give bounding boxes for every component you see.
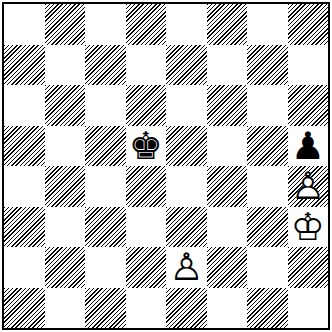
square-c3[interactable]: [85, 207, 126, 248]
square-d1[interactable]: [126, 288, 167, 329]
square-f3[interactable]: [207, 207, 248, 248]
square-f8[interactable]: [207, 4, 248, 45]
square-c6[interactable]: [85, 85, 126, 126]
square-e4[interactable]: [166, 166, 207, 207]
square-h5[interactable]: ♟: [288, 126, 329, 167]
square-d2[interactable]: [126, 247, 167, 288]
square-b6[interactable]: [45, 85, 86, 126]
square-a8[interactable]: [4, 4, 45, 45]
square-d6[interactable]: [126, 85, 167, 126]
square-h6[interactable]: [288, 85, 329, 126]
square-a2[interactable]: [4, 247, 45, 288]
square-f6[interactable]: [207, 85, 248, 126]
square-b3[interactable]: [45, 207, 86, 248]
white-pawn-glyph: ♙: [166, 247, 207, 288]
square-a4[interactable]: [4, 166, 45, 207]
square-h1[interactable]: [288, 288, 329, 329]
square-d3[interactable]: [126, 207, 167, 248]
square-c7[interactable]: [85, 45, 126, 86]
square-e7[interactable]: [166, 45, 207, 86]
square-e1[interactable]: [166, 288, 207, 329]
square-d4[interactable]: [126, 166, 167, 207]
chess-board: ♚♟♟♙♚♔♟♙: [4, 4, 328, 328]
square-h8[interactable]: [288, 4, 329, 45]
white-king: ♚♔: [288, 207, 329, 248]
square-e2[interactable]: ♟♙: [166, 247, 207, 288]
chess-diagram: ♚♟♟♙♚♔♟♙: [0, 0, 332, 332]
square-g3[interactable]: [247, 207, 288, 248]
square-b4[interactable]: [45, 166, 86, 207]
square-a3[interactable]: [4, 207, 45, 248]
square-a1[interactable]: [4, 288, 45, 329]
square-g5[interactable]: [247, 126, 288, 167]
square-d7[interactable]: [126, 45, 167, 86]
square-g6[interactable]: [247, 85, 288, 126]
black-pawn-glyph: ♟: [288, 126, 329, 167]
white-king-glyph: ♔: [288, 207, 329, 248]
square-d8[interactable]: [126, 4, 167, 45]
square-a5[interactable]: [4, 126, 45, 167]
square-g8[interactable]: [247, 4, 288, 45]
square-f2[interactable]: [207, 247, 248, 288]
white-pawn-glyph: ♙: [288, 166, 329, 207]
square-g2[interactable]: [247, 247, 288, 288]
black-king: ♚: [126, 126, 167, 167]
square-e6[interactable]: [166, 85, 207, 126]
square-g4[interactable]: [247, 166, 288, 207]
square-h3[interactable]: ♚♔: [288, 207, 329, 248]
square-c4[interactable]: [85, 166, 126, 207]
square-h7[interactable]: [288, 45, 329, 86]
square-a6[interactable]: [4, 85, 45, 126]
square-b1[interactable]: [45, 288, 86, 329]
square-b2[interactable]: [45, 247, 86, 288]
square-b7[interactable]: [45, 45, 86, 86]
square-d5[interactable]: ♚: [126, 126, 167, 167]
square-e5[interactable]: [166, 126, 207, 167]
black-pawn: ♟: [288, 126, 329, 167]
square-f7[interactable]: [207, 45, 248, 86]
board-frame: ♚♟♟♙♚♔♟♙: [2, 2, 330, 330]
black-king-glyph: ♚: [126, 126, 167, 167]
square-g7[interactable]: [247, 45, 288, 86]
square-c8[interactable]: [85, 4, 126, 45]
square-h4[interactable]: ♟♙: [288, 166, 329, 207]
square-c5[interactable]: [85, 126, 126, 167]
square-g1[interactable]: [247, 288, 288, 329]
square-c1[interactable]: [85, 288, 126, 329]
square-c2[interactable]: [85, 247, 126, 288]
square-f4[interactable]: [207, 166, 248, 207]
white-pawn: ♟♙: [288, 166, 329, 207]
square-f5[interactable]: [207, 126, 248, 167]
square-b8[interactable]: [45, 4, 86, 45]
white-pawn: ♟♙: [166, 247, 207, 288]
square-h2[interactable]: [288, 247, 329, 288]
square-f1[interactable]: [207, 288, 248, 329]
square-e3[interactable]: [166, 207, 207, 248]
square-a7[interactable]: [4, 45, 45, 86]
square-e8[interactable]: [166, 4, 207, 45]
square-b5[interactable]: [45, 126, 86, 167]
